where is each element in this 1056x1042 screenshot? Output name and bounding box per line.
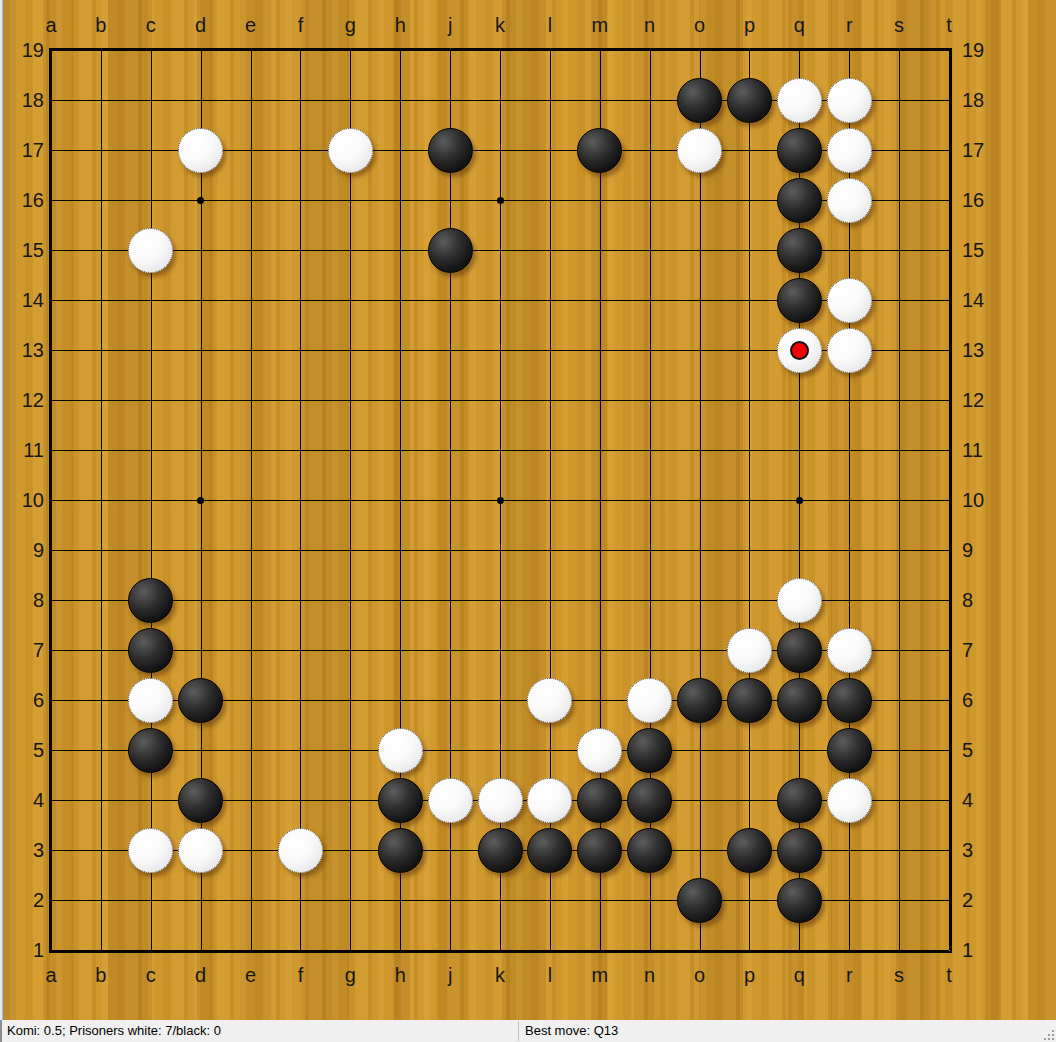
col-label-top-n: n	[635, 14, 665, 36]
row-label-right-3: 3	[962, 839, 1002, 861]
stone-white-d3[interactable]	[178, 828, 223, 873]
stone-black-j15[interactable]	[428, 228, 473, 273]
col-label-top-m: m	[585, 14, 615, 36]
col-label-bottom-m: m	[585, 964, 615, 986]
stone-black-q6[interactable]	[777, 678, 822, 723]
col-label-top-j: j	[435, 14, 465, 36]
stone-white-g17[interactable]	[328, 128, 373, 173]
col-label-bottom-s: s	[884, 964, 914, 986]
col-label-bottom-c: c	[136, 964, 166, 986]
stone-black-q2[interactable]	[777, 878, 822, 923]
row-label-left-3: 3	[6, 839, 44, 861]
stone-white-q8[interactable]	[777, 578, 822, 623]
row-label-right-13: 13	[962, 339, 1002, 361]
stone-black-q7[interactable]	[777, 628, 822, 673]
row-label-right-11: 11	[962, 439, 1002, 461]
row-label-right-16: 16	[962, 189, 1002, 211]
col-label-top-q: q	[784, 14, 814, 36]
stone-black-m3[interactable]	[577, 828, 622, 873]
col-label-top-f: f	[285, 14, 315, 36]
col-label-bottom-o: o	[685, 964, 715, 986]
stone-white-r4[interactable]	[827, 778, 872, 823]
row-label-right-7: 7	[962, 639, 1002, 661]
stone-black-q14[interactable]	[777, 278, 822, 323]
star-point	[197, 497, 204, 504]
row-label-right-14: 14	[962, 289, 1002, 311]
col-label-bottom-h: h	[385, 964, 415, 986]
col-label-bottom-e: e	[236, 964, 266, 986]
row-label-right-4: 4	[962, 789, 1002, 811]
stone-black-j17[interactable]	[428, 128, 473, 173]
status-bar: Komi: 0.5; Prisoners white: 7/black: 0 B…	[0, 1020, 1056, 1042]
col-label-top-b: b	[86, 14, 116, 36]
status-komi-prisoners: Komi: 0.5; Prisoners white: 7/black: 0	[7, 1020, 221, 1042]
row-label-left-10: 10	[6, 489, 44, 511]
stone-white-r13[interactable]	[827, 328, 872, 373]
row-label-right-19: 19	[962, 39, 1002, 61]
row-label-left-18: 18	[6, 89, 44, 111]
col-label-bottom-b: b	[86, 964, 116, 986]
row-label-left-9: 9	[6, 539, 44, 561]
stone-white-r17[interactable]	[827, 128, 872, 173]
row-label-right-5: 5	[962, 739, 1002, 761]
col-label-top-c: c	[136, 14, 166, 36]
row-label-left-5: 5	[6, 739, 44, 761]
stone-white-l4[interactable]	[527, 778, 572, 823]
stone-white-j4[interactable]	[428, 778, 473, 823]
row-label-right-18: 18	[962, 89, 1002, 111]
col-label-top-r: r	[834, 14, 864, 36]
row-label-right-8: 8	[962, 589, 1002, 611]
row-label-left-6: 6	[6, 689, 44, 711]
stone-black-q15[interactable]	[777, 228, 822, 273]
last-move-marker	[790, 341, 809, 360]
row-label-left-1: 1	[6, 939, 44, 961]
stone-white-q18[interactable]	[777, 78, 822, 123]
stone-white-c15[interactable]	[128, 228, 173, 273]
row-label-left-14: 14	[6, 289, 44, 311]
row-label-left-12: 12	[6, 389, 44, 411]
row-label-left-8: 8	[6, 589, 44, 611]
col-label-bottom-k: k	[485, 964, 515, 986]
col-label-top-g: g	[335, 14, 365, 36]
stone-black-c5[interactable]	[128, 728, 173, 773]
col-label-bottom-p: p	[734, 964, 764, 986]
stone-white-o17[interactable]	[677, 128, 722, 173]
stone-black-p18[interactable]	[727, 78, 772, 123]
row-label-right-6: 6	[962, 689, 1002, 711]
col-label-top-s: s	[884, 14, 914, 36]
stone-black-o2[interactable]	[677, 878, 722, 923]
stone-white-n6[interactable]	[627, 678, 672, 723]
row-label-left-19: 19	[6, 39, 44, 61]
stone-black-c8[interactable]	[128, 578, 173, 623]
col-label-top-h: h	[385, 14, 415, 36]
col-label-bottom-f: f	[285, 964, 315, 986]
col-label-top-o: o	[685, 14, 715, 36]
resize-grip-icon[interactable]	[1042, 1028, 1054, 1040]
row-label-left-16: 16	[6, 189, 44, 211]
go-program-window: aabbccddeeffgghhjjkkllmmnnooppqqrrsstt19…	[0, 0, 1056, 1042]
stone-black-r6[interactable]	[827, 678, 872, 723]
stone-black-q16[interactable]	[777, 178, 822, 223]
col-label-bottom-j: j	[435, 964, 465, 986]
col-label-top-l: l	[535, 14, 565, 36]
stone-black-p6[interactable]	[727, 678, 772, 723]
col-label-bottom-q: q	[784, 964, 814, 986]
star-point	[497, 497, 504, 504]
stone-black-d6[interactable]	[178, 678, 223, 723]
stone-white-h5[interactable]	[378, 728, 423, 773]
stone-black-n5[interactable]	[627, 728, 672, 773]
row-label-left-4: 4	[6, 789, 44, 811]
window-left-edge	[0, 0, 4, 1020]
col-label-bottom-d: d	[186, 964, 216, 986]
col-label-bottom-l: l	[535, 964, 565, 986]
stone-black-h3[interactable]	[378, 828, 423, 873]
stone-white-m5[interactable]	[577, 728, 622, 773]
col-label-top-k: k	[485, 14, 515, 36]
stone-black-h4[interactable]	[378, 778, 423, 823]
stone-white-r16[interactable]	[827, 178, 872, 223]
stone-black-k3[interactable]	[478, 828, 523, 873]
stone-black-r5[interactable]	[827, 728, 872, 773]
stone-white-r14[interactable]	[827, 278, 872, 323]
row-label-right-2: 2	[962, 889, 1002, 911]
col-label-bottom-r: r	[834, 964, 864, 986]
stone-black-o6[interactable]	[677, 678, 722, 723]
stone-black-c7[interactable]	[128, 628, 173, 673]
row-label-right-10: 10	[962, 489, 1002, 511]
row-label-right-9: 9	[962, 539, 1002, 561]
stone-black-q17[interactable]	[777, 128, 822, 173]
stone-black-n4[interactable]	[627, 778, 672, 823]
stone-black-p3[interactable]	[727, 828, 772, 873]
stone-black-n3[interactable]	[627, 828, 672, 873]
row-label-right-1: 1	[962, 939, 1002, 961]
stone-white-c6[interactable]	[128, 678, 173, 723]
star-point	[796, 497, 803, 504]
stone-black-o18[interactable]	[677, 78, 722, 123]
row-label-right-17: 17	[962, 139, 1002, 161]
col-label-bottom-a: a	[36, 964, 66, 986]
stone-black-d4[interactable]	[178, 778, 223, 823]
star-point	[497, 197, 504, 204]
row-label-left-11: 11	[6, 439, 44, 461]
col-label-top-e: e	[236, 14, 266, 36]
status-bar-divider	[518, 1021, 519, 1041]
status-best-move: Best move: Q13	[525, 1020, 618, 1042]
go-board[interactable]: aabbccddeeffgghhjjkkllmmnnooppqqrrsstt19…	[0, 0, 1056, 1020]
row-label-left-7: 7	[6, 639, 44, 661]
stone-black-q4[interactable]	[777, 778, 822, 823]
row-label-left-17: 17	[6, 139, 44, 161]
col-label-bottom-t: t	[934, 964, 964, 986]
stone-black-m17[interactable]	[577, 128, 622, 173]
col-label-bottom-n: n	[635, 964, 665, 986]
star-point	[197, 197, 204, 204]
col-label-top-a: a	[36, 14, 66, 36]
stone-black-q3[interactable]	[777, 828, 822, 873]
stone-white-r18[interactable]	[827, 78, 872, 123]
stone-white-p7[interactable]	[727, 628, 772, 673]
row-label-left-13: 13	[6, 339, 44, 361]
col-label-top-t: t	[934, 14, 964, 36]
stone-black-l3[interactable]	[527, 828, 572, 873]
stone-white-d17[interactable]	[178, 128, 223, 173]
row-label-left-2: 2	[6, 889, 44, 911]
stone-black-m4[interactable]	[577, 778, 622, 823]
col-label-top-p: p	[734, 14, 764, 36]
col-label-bottom-g: g	[335, 964, 365, 986]
stone-white-c3[interactable]	[128, 828, 173, 873]
row-label-right-12: 12	[962, 389, 1002, 411]
stone-white-l6[interactable]	[527, 678, 572, 723]
row-label-left-15: 15	[6, 239, 44, 261]
stone-white-k4[interactable]	[478, 778, 523, 823]
stone-white-r7[interactable]	[827, 628, 872, 673]
col-label-top-d: d	[186, 14, 216, 36]
row-label-right-15: 15	[962, 239, 1002, 261]
stone-white-f3[interactable]	[278, 828, 323, 873]
